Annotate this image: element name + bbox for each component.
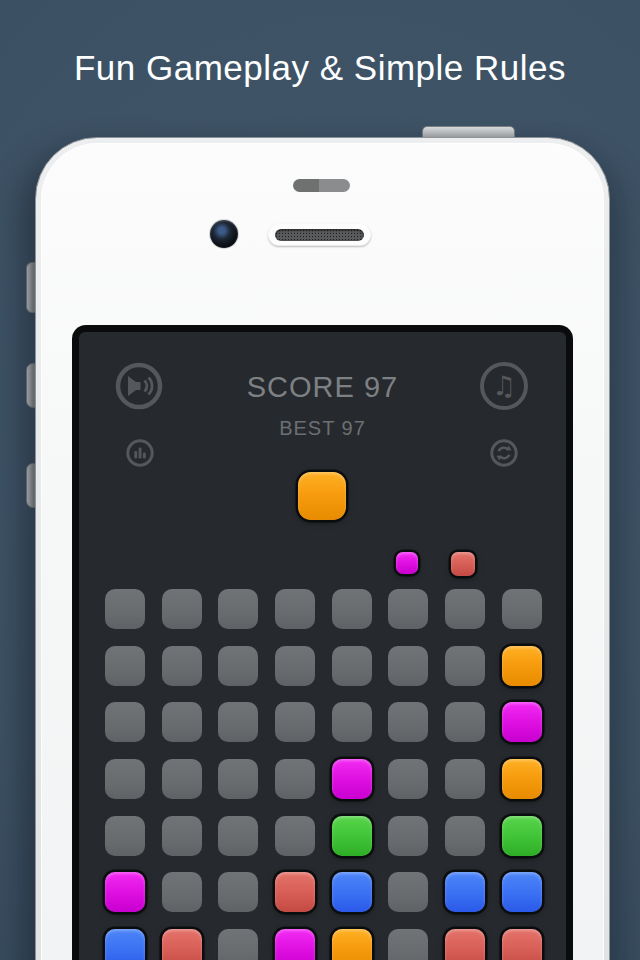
board-cell-empty[interactable] [105, 589, 145, 629]
board-cell-empty[interactable] [445, 759, 485, 799]
board-cell-empty[interactable] [105, 646, 145, 686]
board-cell-green[interactable] [502, 816, 542, 856]
page: { "game": "color-block-drop-puzzle (fall… [0, 0, 640, 960]
board-cell-empty[interactable] [332, 589, 372, 629]
board-cell-magenta[interactable] [105, 872, 145, 912]
music-note-icon: ♫ [480, 362, 528, 410]
bar-chart-icon [125, 438, 155, 468]
board-cell-empty[interactable] [275, 646, 315, 686]
board-cell-empty[interactable] [218, 759, 258, 799]
board-cell-blue[interactable] [502, 872, 542, 912]
board-cell-empty[interactable] [105, 702, 145, 742]
music-toggle-button[interactable]: ♫ [480, 362, 528, 410]
board-cell-magenta[interactable] [332, 759, 372, 799]
board-cell-empty[interactable] [218, 929, 258, 960]
board-cell-empty[interactable] [162, 872, 202, 912]
game-board [105, 589, 542, 960]
board-cell-empty[interactable] [218, 816, 258, 856]
board-cell-empty[interactable] [332, 646, 372, 686]
board-cell-empty[interactable] [388, 646, 428, 686]
board-cell-empty[interactable] [445, 646, 485, 686]
board-cell-empty[interactable] [218, 702, 258, 742]
board-cell-empty[interactable] [162, 646, 202, 686]
board-cell-orange[interactable] [502, 759, 542, 799]
board-cell-empty[interactable] [332, 702, 372, 742]
board-cell-empty[interactable] [275, 816, 315, 856]
best-score-text: BEST 97 [79, 417, 566, 440]
board-cell-empty[interactable] [105, 816, 145, 856]
board-cell-empty[interactable] [162, 702, 202, 742]
board-cell-empty[interactable] [502, 589, 542, 629]
sound-toggle-button[interactable] [115, 362, 163, 410]
board-cell-empty[interactable] [105, 759, 145, 799]
board-cell-red[interactable] [275, 872, 315, 912]
restart-button[interactable] [489, 438, 519, 468]
board-cell-blue[interactable] [105, 929, 145, 960]
front-camera [210, 220, 238, 248]
board-cell-empty[interactable] [162, 816, 202, 856]
board-cell-orange[interactable] [332, 929, 372, 960]
preview-block-magenta [396, 552, 418, 574]
speaker-icon [115, 362, 163, 410]
board-cell-empty[interactable] [218, 589, 258, 629]
board-cell-magenta[interactable] [502, 702, 542, 742]
board-cell-empty[interactable] [388, 589, 428, 629]
falling-block-orange [298, 472, 346, 520]
board-cell-empty[interactable] [445, 589, 485, 629]
board-cell-orange[interactable] [502, 646, 542, 686]
board-cell-blue[interactable] [445, 872, 485, 912]
board-cell-empty[interactable] [445, 816, 485, 856]
board-cell-empty[interactable] [275, 759, 315, 799]
game-screen: SCORE 97 BEST 97 ♫ [79, 332, 566, 960]
page-title: Fun Gameplay & Simple Rules [0, 48, 640, 88]
board-cell-red[interactable] [502, 929, 542, 960]
refresh-icon [489, 438, 519, 468]
proximity-sensor [293, 179, 350, 192]
board-cell-empty[interactable] [162, 589, 202, 629]
board-cell-empty[interactable] [275, 589, 315, 629]
board-cell-green[interactable] [332, 816, 372, 856]
board-cell-empty[interactable] [162, 759, 202, 799]
speaker-mesh [275, 229, 364, 241]
board-cell-empty[interactable] [445, 702, 485, 742]
board-cell-red[interactable] [445, 929, 485, 960]
board-cell-empty[interactable] [388, 702, 428, 742]
board-cell-empty[interactable] [388, 759, 428, 799]
board-cell-empty[interactable] [388, 816, 428, 856]
phone-screen: SCORE 97 BEST 97 ♫ [72, 325, 573, 960]
preview-block-red [451, 552, 475, 576]
board-cell-empty[interactable] [388, 872, 428, 912]
board-cell-magenta[interactable] [275, 929, 315, 960]
board-cell-empty[interactable] [275, 702, 315, 742]
board-cell-empty[interactable] [218, 872, 258, 912]
board-cell-empty[interactable] [388, 929, 428, 960]
board-cell-red[interactable] [162, 929, 202, 960]
earpiece-speaker [268, 224, 371, 246]
board-cell-empty[interactable] [218, 646, 258, 686]
stats-button[interactable] [125, 438, 155, 468]
board-cell-blue[interactable] [332, 872, 372, 912]
